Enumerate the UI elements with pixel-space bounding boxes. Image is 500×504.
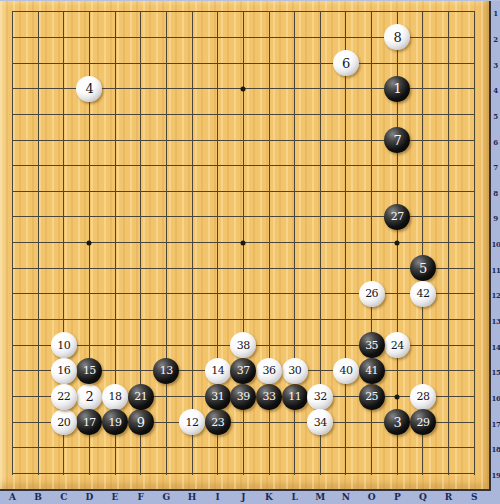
stone-number: 39 — [237, 391, 250, 402]
stone-16-white: 16 — [51, 358, 77, 384]
stone-21-black: 21 — [128, 384, 154, 410]
stone-number: 7 — [393, 134, 401, 147]
row-label-7: 7 — [492, 163, 500, 171]
row-label-14: 14 — [492, 343, 500, 351]
col-label-B: B — [34, 492, 42, 503]
stone-number: 5 — [419, 262, 427, 275]
stone-12-white: 12 — [179, 409, 205, 435]
row-label-17: 17 — [492, 420, 500, 428]
stone-37-black: 37 — [230, 358, 256, 384]
stone-number: 11 — [288, 391, 301, 402]
row-label-strip: 12345678910111213141516171819 — [491, 0, 500, 504]
stone-number: 10 — [57, 340, 70, 351]
row-label-18: 18 — [492, 445, 500, 453]
stone-number: 23 — [211, 417, 224, 428]
stone-8-white: 8 — [384, 24, 410, 50]
stone-number: 40 — [339, 365, 352, 376]
stone-5-black: 5 — [410, 255, 436, 281]
stone-20-white: 20 — [51, 409, 77, 435]
stone-number: 32 — [314, 391, 327, 402]
stone-2-white: 2 — [76, 384, 102, 410]
row-label-5: 5 — [492, 112, 500, 120]
stone-39-black: 39 — [230, 384, 256, 410]
stone-number: 29 — [416, 417, 429, 428]
stone-15-black: 15 — [76, 358, 102, 384]
stone-number: 9 — [137, 416, 145, 429]
stone-number: 16 — [57, 365, 70, 376]
star-point — [395, 240, 400, 245]
stone-number: 3 — [393, 416, 401, 429]
stone-number: 1 — [393, 82, 401, 95]
grid-line — [12, 11, 475, 12]
col-label-E: E — [112, 492, 119, 503]
star-point — [241, 86, 246, 91]
row-label-16: 16 — [492, 394, 500, 402]
col-label-N: N — [342, 492, 350, 503]
stone-number: 26 — [365, 288, 378, 299]
col-label-G: G — [163, 492, 171, 503]
row-label-13: 13 — [492, 317, 500, 325]
stone-28-white: 28 — [410, 384, 436, 410]
stone-14-white: 14 — [205, 358, 231, 384]
stone-number: 14 — [211, 365, 224, 376]
stone-29-black: 29 — [410, 409, 436, 435]
grid-line — [38, 12, 39, 475]
star-point — [87, 240, 92, 245]
stone-35-black: 35 — [359, 332, 385, 358]
col-label-A: A — [9, 492, 16, 503]
stone-33-black: 33 — [256, 384, 282, 410]
col-label-I: I — [216, 492, 220, 503]
col-label-O: O — [368, 492, 376, 503]
grid-line — [12, 12, 13, 475]
stone-number: 20 — [57, 417, 70, 428]
stone-number: 19 — [109, 417, 122, 428]
stone-30-white: 30 — [282, 358, 308, 384]
stone-number: 13 — [160, 365, 173, 376]
stone-number: 31 — [211, 391, 224, 402]
grid-line — [12, 293, 475, 294]
stone-number: 35 — [365, 340, 378, 351]
stone-number: 41 — [365, 365, 378, 376]
stone-24-white: 24 — [384, 332, 410, 358]
column-label-strip: ABCDEFGHIJKLMNOPQRS — [0, 491, 500, 504]
row-label-3: 3 — [492, 61, 500, 69]
row-label-4: 4 — [492, 86, 500, 94]
stone-number: 12 — [186, 417, 199, 428]
stone-34-white: 34 — [307, 409, 333, 435]
grid-line — [12, 319, 475, 320]
col-label-M: M — [315, 492, 325, 503]
star-point — [395, 394, 400, 399]
grid-line — [12, 268, 475, 269]
col-label-S: S — [471, 492, 478, 503]
star-point — [241, 240, 246, 245]
grid-line — [12, 473, 475, 474]
stone-number: 33 — [263, 391, 276, 402]
stone-number: 38 — [237, 340, 250, 351]
stone-number: 27 — [391, 211, 404, 222]
grid-line — [12, 447, 475, 448]
grid-line — [448, 12, 449, 475]
stone-31-black: 31 — [205, 384, 231, 410]
row-label-19: 19 — [492, 471, 500, 479]
col-label-P: P — [394, 492, 401, 503]
stone-13-black: 13 — [153, 358, 179, 384]
stone-19-black: 19 — [102, 409, 128, 435]
stone-number: 28 — [416, 391, 429, 402]
stone-number: 42 — [416, 288, 429, 299]
stone-number: 8 — [393, 31, 401, 44]
go-diagram: 1234567891011121314151617181920212223242… — [0, 0, 500, 504]
stone-40-white: 40 — [333, 358, 359, 384]
stone-number: 24 — [391, 340, 404, 351]
grid-line — [12, 114, 475, 115]
stone-38-white: 38 — [230, 332, 256, 358]
stone-11-black: 11 — [282, 384, 308, 410]
stone-number: 17 — [83, 417, 96, 428]
grid-line — [12, 191, 475, 192]
stone-25-black: 25 — [359, 384, 385, 410]
row-label-10: 10 — [492, 240, 500, 248]
row-label-11: 11 — [492, 266, 500, 274]
stone-23-black: 23 — [205, 409, 231, 435]
stone-27-black: 27 — [384, 204, 410, 230]
col-label-D: D — [85, 492, 93, 503]
stone-number: 25 — [365, 391, 378, 402]
row-label-15: 15 — [492, 368, 500, 376]
col-label-R: R — [445, 492, 452, 503]
stone-32-white: 32 — [307, 384, 333, 410]
stone-36-white: 36 — [256, 358, 282, 384]
row-label-12: 12 — [492, 291, 500, 299]
stone-number: 2 — [85, 390, 93, 403]
stone-3-black: 3 — [384, 409, 410, 435]
col-label-H: H — [188, 492, 197, 503]
stone-number: 30 — [288, 365, 301, 376]
col-label-L: L — [291, 492, 297, 503]
stone-number: 15 — [83, 365, 96, 376]
grid-line — [12, 165, 475, 166]
stone-17-black: 17 — [76, 409, 102, 435]
stone-number: 18 — [109, 391, 122, 402]
col-label-K: K — [265, 492, 273, 503]
col-label-F: F — [137, 492, 143, 503]
stone-1-black: 1 — [384, 76, 410, 102]
stone-6-white: 6 — [333, 50, 359, 76]
grid-line — [474, 12, 475, 475]
stone-26-white: 26 — [359, 281, 385, 307]
stone-number: 4 — [85, 82, 93, 95]
stone-7-black: 7 — [384, 127, 410, 153]
stone-9-black: 9 — [128, 409, 154, 435]
stone-22-white: 22 — [51, 384, 77, 410]
col-label-C: C — [60, 492, 67, 503]
top-border-line — [0, 0, 500, 1]
row-label-1: 1 — [492, 9, 500, 17]
stone-18-white: 18 — [102, 384, 128, 410]
row-label-2: 2 — [492, 35, 500, 43]
stone-number: 22 — [57, 391, 70, 402]
stone-number: 37 — [237, 365, 250, 376]
grid-line — [166, 12, 167, 475]
stone-number: 34 — [314, 417, 327, 428]
stone-41-black: 41 — [359, 358, 385, 384]
stone-42-white: 42 — [410, 281, 436, 307]
col-label-Q: Q — [419, 492, 427, 503]
grid-line — [192, 12, 193, 475]
stone-10-white: 10 — [51, 332, 77, 358]
row-label-6: 6 — [492, 138, 500, 146]
row-label-8: 8 — [492, 189, 500, 197]
stone-number: 21 — [134, 391, 147, 402]
col-label-J: J — [241, 492, 245, 503]
stone-4-white: 4 — [76, 76, 102, 102]
stone-number: 6 — [342, 57, 350, 70]
grid-line — [345, 12, 346, 475]
grid-line — [12, 63, 475, 64]
row-label-9: 9 — [492, 214, 500, 222]
stone-number: 36 — [263, 365, 276, 376]
